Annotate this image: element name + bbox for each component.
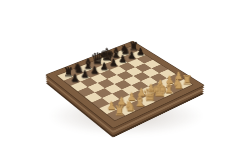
piece-black-pawn-c7[interactable]: ♟ [90,65,99,75]
piece-black-pawn-b7[interactable]: ♟ [81,69,90,79]
piece-black-pawn-f7[interactable]: ♟ [119,54,128,64]
piece-black-pawn-h7[interactable]: ♟ [136,47,144,56]
chess-set-photo: ♜♞♝♛♚♝♞♜♟♟♟♟♟♟♟♟♟♟♟♟♟♟♟♟♜♞♝♛♚♝♞♜ [0,0,240,160]
piece-black-pawn-d7[interactable]: ♟ [100,62,109,72]
piece-black-pawn-g7[interactable]: ♟ [128,51,137,61]
piece-black-pawn-e7[interactable]: ♟ [109,58,118,68]
piece-white-rook-a1[interactable]: ♜ [114,104,126,117]
piece-black-pawn-a7[interactable]: ♟ [71,73,80,83]
